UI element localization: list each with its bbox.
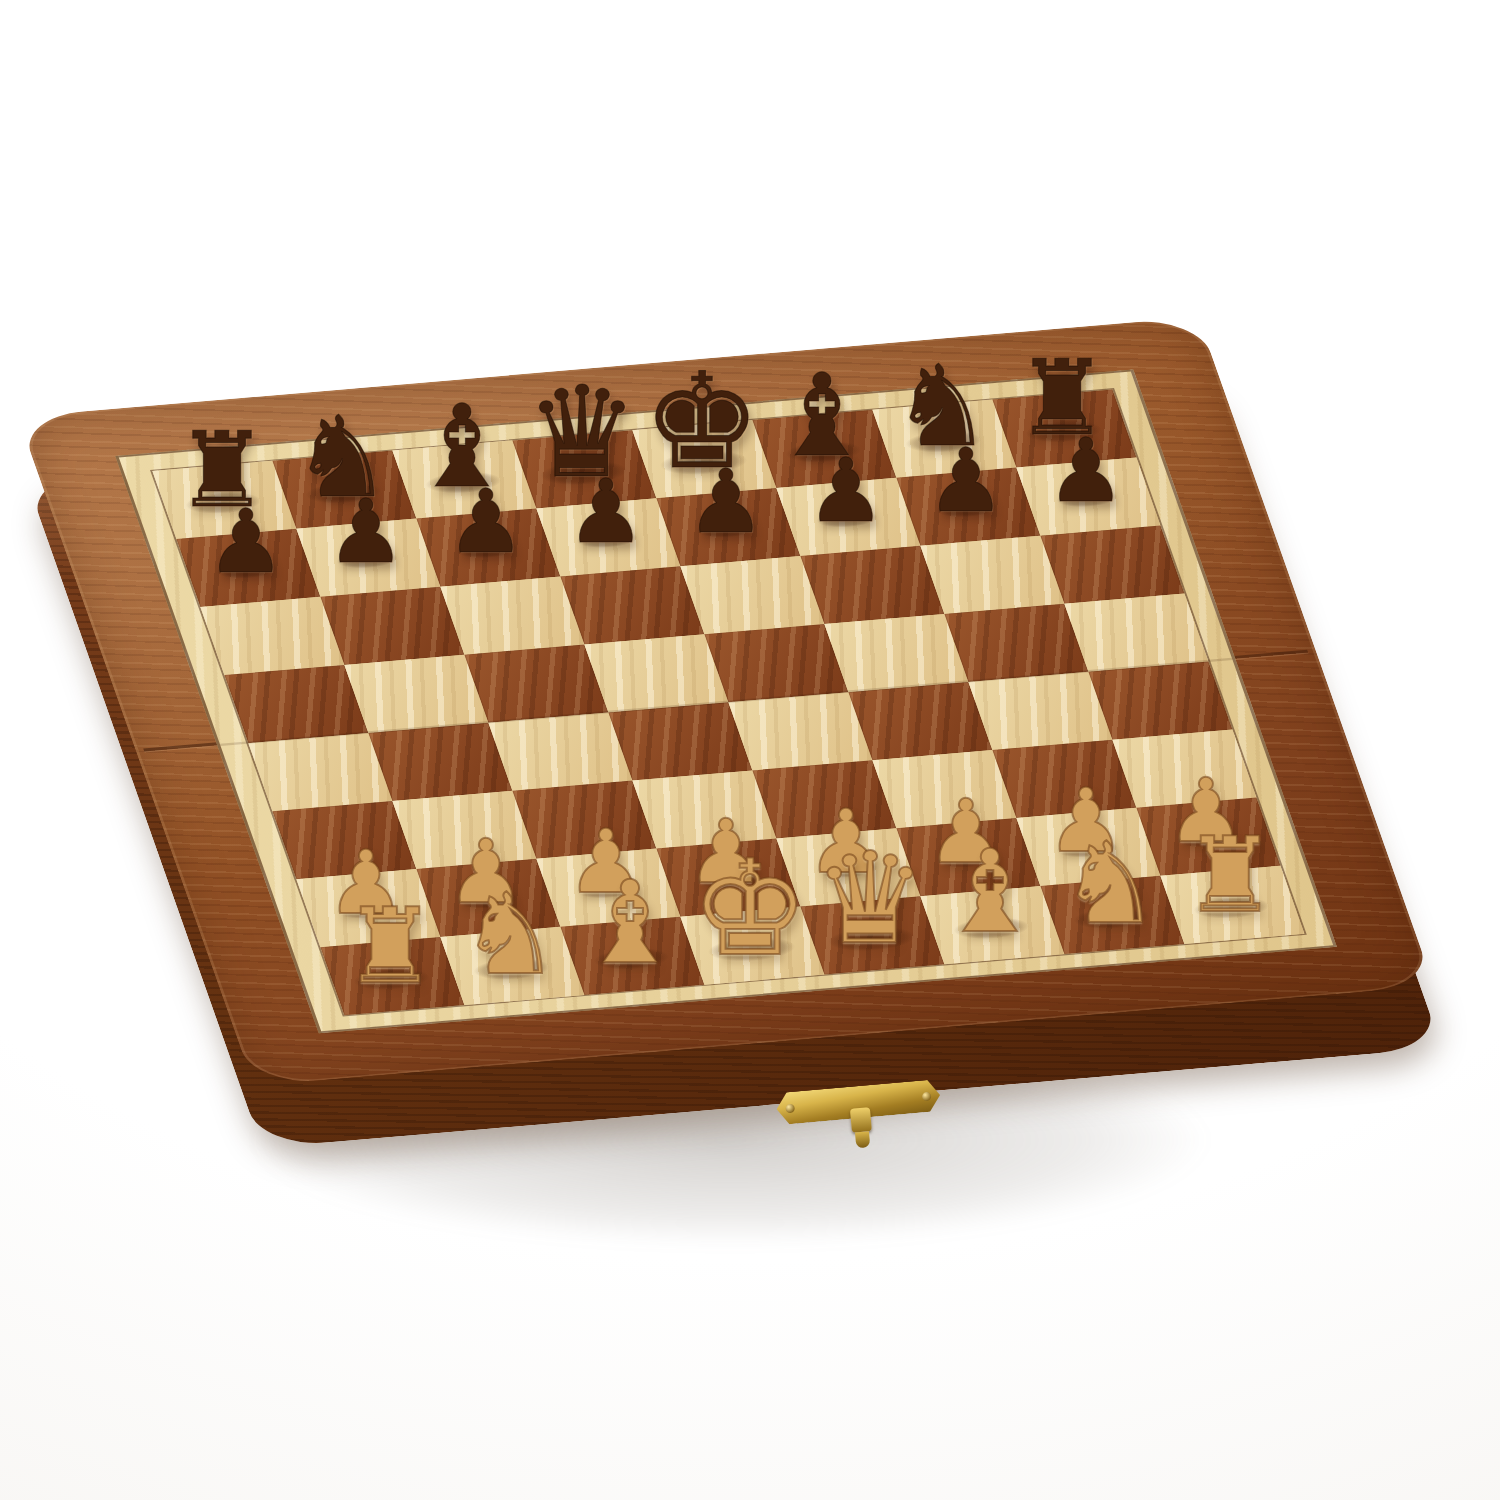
latch-knob: [850, 1107, 872, 1133]
product-photo-stage: ♜♞♝♛♚♝♞♜♟♟♟♟♟♟♟♟♟♟♟♟♟♟♟♟♜♞♝♚♛♝♞♜: [0, 0, 1500, 1500]
white-bishop-glyph: ♝: [579, 866, 681, 980]
white-knight-glyph: ♞: [1060, 827, 1160, 939]
white-king-glyph: ♚: [691, 842, 809, 974]
black-pawn-glyph: ♟: [327, 488, 406, 576]
black-pawn-glyph: ♟: [447, 478, 526, 566]
black-pawn-glyph: ♟: [567, 468, 646, 556]
black-pawn-glyph: ♟: [1047, 427, 1126, 515]
black-pawn-glyph: ♟: [927, 437, 1006, 525]
white-rook-glyph: ♜: [343, 894, 436, 998]
brass-latch: [775, 1079, 944, 1163]
latch-pull: [855, 1131, 870, 1148]
chess-box-lid: ♜♞♝♛♚♝♞♜♟♟♟♟♟♟♟♟♟♟♟♟♟♟♟♟♜♞♝♚♛♝♞♜: [18, 317, 1434, 1086]
white-queen-glyph: ♛: [814, 836, 927, 962]
white-rook-glyph: ♜: [1183, 823, 1276, 927]
white-knight-glyph: ♞: [460, 878, 560, 990]
black-pawn-glyph: ♟: [687, 458, 766, 546]
white-bishop-glyph: ♝: [939, 835, 1041, 949]
black-pawn-glyph: ♟: [807, 447, 886, 535]
black-pawn-glyph: ♟: [207, 498, 286, 586]
board-pieces-layer: ♜♞♝♛♚♝♞♜♟♟♟♟♟♟♟♟♟♟♟♟♟♟♟♟♜♞♝♚♛♝♞♜: [150, 388, 1302, 1014]
